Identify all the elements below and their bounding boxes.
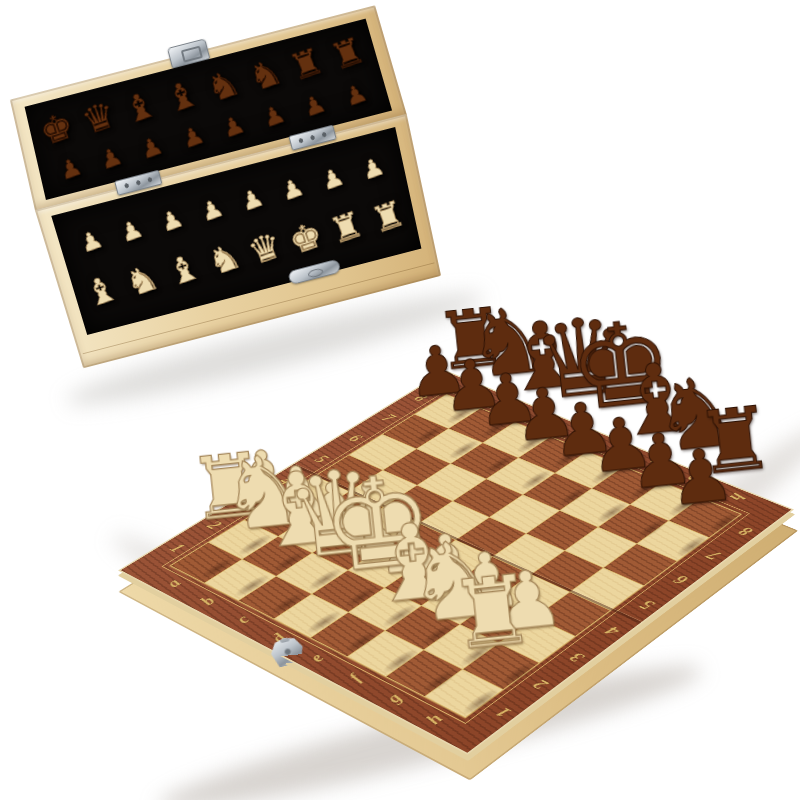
piece-contact-shadow — [340, 627, 384, 655]
boxed-piece-dark-bishop: ♝ — [119, 85, 162, 130]
boxed-piece-dark-pawn: ♟ — [137, 132, 166, 163]
boxed-piece-light-pawn: ♟ — [76, 226, 106, 256]
boxed-piece-dark-king: ♚ — [36, 106, 78, 151]
chessboard-3d: ♜♞♝♛♚♝♞♜♟♟♟♟♟♟♟♟♟♟♟♟♟♟♟♟♜♞♝♛♚♝♞♜ aabbccd… — [118, 370, 794, 755]
board-surface: ♜♞♝♛♚♝♞♜♟♟♟♟♟♟♟♟♟♟♟♟♟♟♟♟♜♞♝♛♚♝♞♜ aabbccd… — [118, 370, 794, 755]
pieces-layer: ♜♞♝♛♚♝♞♜♟♟♟♟♟♟♟♟♟♟♟♟♟♟♟♟♜♞♝♛♚♝♞♜ — [121, 372, 791, 753]
piece-contact-shadow — [266, 591, 309, 618]
boxed-piece-dark-rook: ♜ — [326, 31, 370, 75]
piece-light-rook: ♜ — [445, 560, 539, 663]
piece-contact-shadow — [444, 438, 483, 461]
boxed-piece-light-pawn: ♟ — [157, 205, 186, 235]
boxed-piece-light-pawn: ♟ — [278, 174, 307, 204]
boxed-piece-light-knight: ♞ — [203, 238, 246, 282]
boxed-piece-light-rook: ♜ — [367, 195, 408, 239]
boxed-piece-dark-rook: ♜ — [285, 42, 328, 87]
boxed-piece-dark-pawn: ♟ — [300, 90, 330, 120]
boxed-piece-dark-pawn: ♟ — [97, 143, 126, 174]
boxed-piece-dark-pawn: ♟ — [56, 153, 85, 184]
boxed-piece-light-bishop: ♝ — [162, 248, 205, 292]
boxed-piece-light-king: ♚ — [285, 216, 327, 260]
piece-contact-shadow — [592, 500, 632, 525]
boxed-piece-light-rook: ♜ — [326, 206, 368, 250]
boxed-piece-dark-bishop: ♝ — [160, 74, 203, 119]
piece-contact-shadow — [480, 453, 519, 476]
boxed-piece-dark-knight: ♞ — [202, 64, 245, 109]
boxed-piece-light-pawn: ♟ — [237, 184, 266, 214]
boxed-piece-light-pawn: ♟ — [318, 163, 347, 193]
boxed-piece-dark-knight: ♞ — [243, 53, 286, 98]
boxed-piece-dark-pawn: ♟ — [259, 101, 288, 132]
boxed-piece-light-bishop: ♝ — [79, 270, 122, 313]
boxed-piece-light-pawn: ♟ — [359, 153, 387, 183]
boxed-piece-dark-pawn: ♟ — [219, 111, 248, 142]
chessboard: ♜♞♝♛♚♝♞♜♟♟♟♟♟♟♟♟♟♟♟♟♟♟♟♟♜♞♝♛♚♝♞♜ aabbccd… — [191, 276, 719, 800]
boxed-piece-light-pawn: ♟ — [197, 195, 226, 225]
piece-contact-shadow — [410, 424, 448, 446]
boxed-piece-light-queen: ♛ — [244, 227, 286, 271]
piece-contact-shadow — [631, 517, 671, 542]
boxed-piece-light-pawn: ♟ — [116, 216, 146, 246]
boxed-piece-dark-pawn: ♟ — [178, 122, 207, 153]
piece-contact-shadow — [516, 469, 555, 493]
boxed-piece-light-knight: ♞ — [121, 259, 164, 302]
piece-contact-shadow — [378, 647, 422, 676]
boxed-piece-dark-pawn: ♟ — [341, 80, 371, 110]
piece-dark-pawn: ♟ — [665, 437, 738, 517]
boxed-piece-dark-queen: ♛ — [77, 96, 119, 141]
